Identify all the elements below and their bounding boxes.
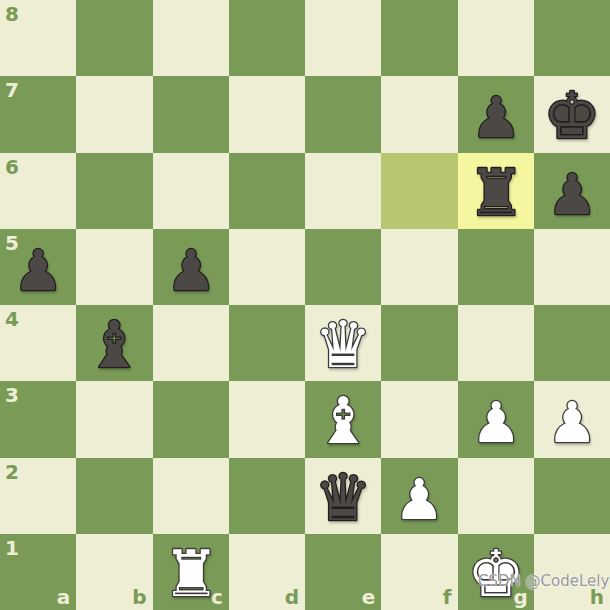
square-e2[interactable]: ♛ [305, 458, 381, 534]
square-f8[interactable] [381, 0, 457, 76]
white-pawn-h3[interactable]: ♟ [534, 381, 610, 457]
square-b7[interactable] [76, 76, 152, 152]
svg-text:♛: ♛ [314, 307, 372, 381]
square-h8[interactable] [534, 0, 610, 76]
svg-text:♛: ♛ [314, 460, 372, 534]
square-f2[interactable]: ♟ [381, 458, 457, 534]
square-d1[interactable]: d [229, 534, 305, 610]
square-d4[interactable] [229, 305, 305, 381]
square-h3[interactable]: ♟ [534, 381, 610, 457]
square-a3[interactable]: 3 [0, 381, 76, 457]
svg-text:♟: ♟ [394, 467, 444, 532]
square-a6[interactable]: 6 [0, 153, 76, 229]
square-d8[interactable] [229, 0, 305, 76]
rank-label-8: 8 [5, 4, 19, 24]
square-d2[interactable] [229, 458, 305, 534]
white-bishop-e3[interactable]: ♝ [305, 381, 381, 457]
square-a8[interactable]: 8 [0, 0, 76, 76]
svg-text:♝: ♝ [314, 383, 372, 457]
white-queen-e4[interactable]: ♛ [305, 305, 381, 381]
black-bishop-b4[interactable]: ♝ [76, 305, 152, 381]
square-e5[interactable] [305, 229, 381, 305]
square-a4[interactable]: 4 [0, 305, 76, 381]
square-f3[interactable] [381, 381, 457, 457]
svg-text:♟: ♟ [470, 85, 520, 150]
rank-label-7: 7 [5, 80, 19, 100]
square-d5[interactable] [229, 229, 305, 305]
square-e4[interactable]: ♛ [305, 305, 381, 381]
black-rook-g6[interactable]: ♜ [458, 153, 534, 229]
square-h4[interactable] [534, 305, 610, 381]
square-b8[interactable] [76, 0, 152, 76]
square-d7[interactable] [229, 76, 305, 152]
square-h5[interactable] [534, 229, 610, 305]
square-f6[interactable] [381, 153, 457, 229]
svg-text:♜: ♜ [162, 536, 220, 610]
white-pawn-g3[interactable]: ♟ [458, 381, 534, 457]
rank-label-1: 1 [5, 538, 19, 558]
square-d3[interactable] [229, 381, 305, 457]
file-label-a: a [57, 587, 71, 607]
rank-label-4: 4 [5, 309, 19, 329]
square-e3[interactable]: ♝ [305, 381, 381, 457]
black-pawn-c5[interactable]: ♟ [153, 229, 229, 305]
black-queen-e2[interactable]: ♛ [305, 458, 381, 534]
svg-text:♟: ♟ [547, 390, 597, 455]
square-b2[interactable] [76, 458, 152, 534]
square-c2[interactable] [153, 458, 229, 534]
file-label-d: d [285, 587, 299, 607]
square-e8[interactable] [305, 0, 381, 76]
square-c1[interactable]: c♜ [153, 534, 229, 610]
chess-board: 87♟♚6♜♟5♟♟4♝♛3♝♟♟2♛♟1abc♜defg♚h [0, 0, 610, 610]
black-pawn-h6[interactable]: ♟ [534, 153, 610, 229]
square-a2[interactable]: 2 [0, 458, 76, 534]
chess-board-container: 87♟♚6♜♟5♟♟4♝♛3♝♟♟2♛♟1abc♜defg♚h CSDN @Co… [0, 0, 610, 610]
square-g6[interactable]: ♜ [458, 153, 534, 229]
square-h2[interactable] [534, 458, 610, 534]
file-label-h: h [590, 587, 604, 607]
square-f1[interactable]: f [381, 534, 457, 610]
square-h7[interactable]: ♚ [534, 76, 610, 152]
square-b6[interactable] [76, 153, 152, 229]
square-c7[interactable] [153, 76, 229, 152]
svg-text:♟: ♟ [13, 238, 63, 303]
rank-label-2: 2 [5, 462, 19, 482]
square-f4[interactable] [381, 305, 457, 381]
file-label-b: b [132, 587, 146, 607]
square-b1[interactable]: b [76, 534, 152, 610]
watermark: CSDN @CodeLely [478, 572, 609, 590]
square-b3[interactable] [76, 381, 152, 457]
square-a7[interactable]: 7 [0, 76, 76, 152]
square-f7[interactable] [381, 76, 457, 152]
svg-text:♟: ♟ [470, 390, 520, 455]
black-pawn-a5[interactable]: ♟ [0, 229, 76, 305]
square-b5[interactable] [76, 229, 152, 305]
black-pawn-g7[interactable]: ♟ [458, 76, 534, 152]
square-c8[interactable] [153, 0, 229, 76]
square-g2[interactable] [458, 458, 534, 534]
square-g8[interactable] [458, 0, 534, 76]
rank-label-3: 3 [5, 385, 19, 405]
square-e1[interactable]: e [305, 534, 381, 610]
square-c3[interactable] [153, 381, 229, 457]
svg-text:♟: ♟ [165, 238, 215, 303]
black-king-h7[interactable]: ♚ [534, 76, 610, 152]
svg-text:♝: ♝ [86, 307, 144, 381]
white-rook-c1[interactable]: ♜ [153, 534, 229, 610]
square-g3[interactable]: ♟ [458, 381, 534, 457]
square-d6[interactable] [229, 153, 305, 229]
square-b4[interactable]: ♝ [76, 305, 152, 381]
white-pawn-f2[interactable]: ♟ [381, 458, 457, 534]
svg-text:♚: ♚ [543, 78, 601, 152]
file-label-e: e [362, 587, 376, 607]
square-c4[interactable] [153, 305, 229, 381]
square-e6[interactable] [305, 153, 381, 229]
square-c6[interactable] [153, 153, 229, 229]
square-g7[interactable]: ♟ [458, 76, 534, 152]
svg-text:♜: ♜ [467, 155, 525, 229]
square-c5[interactable]: ♟ [153, 229, 229, 305]
square-a5[interactable]: 5♟ [0, 229, 76, 305]
square-f5[interactable] [381, 229, 457, 305]
rank-label-6: 6 [5, 157, 19, 177]
square-g4[interactable] [458, 305, 534, 381]
square-e7[interactable] [305, 76, 381, 152]
square-a1[interactable]: 1a [0, 534, 76, 610]
svg-text:♟: ♟ [547, 162, 597, 227]
square-g5[interactable] [458, 229, 534, 305]
file-label-f: f [443, 587, 452, 607]
square-h6[interactable]: ♟ [534, 153, 610, 229]
